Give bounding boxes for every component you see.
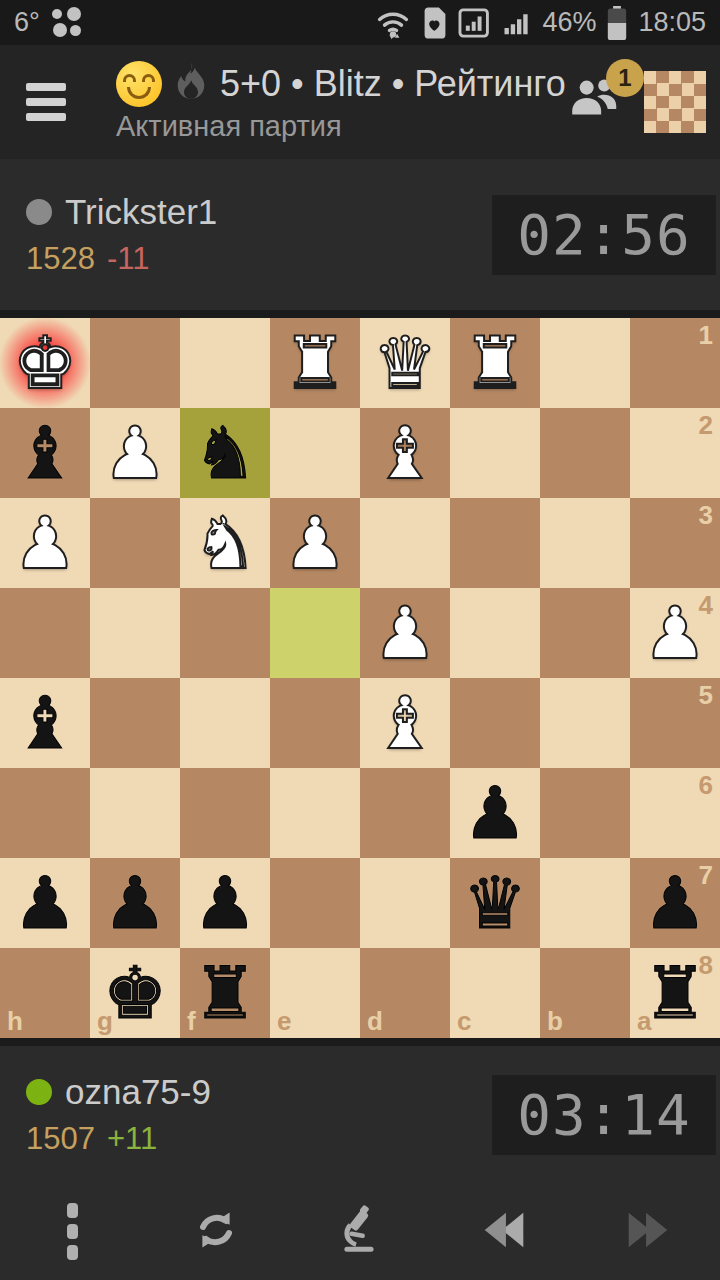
square-c4[interactable] (450, 588, 540, 678)
square-d2[interactable]: ♝ (360, 408, 450, 498)
participants-badge: 1 (606, 59, 644, 97)
menu-button[interactable] (0, 1183, 144, 1280)
mini-board-icon[interactable] (644, 71, 706, 133)
square-e5[interactable] (270, 678, 360, 768)
file-label-h: h (7, 1008, 23, 1034)
square-g7[interactable]: ♟ (90, 858, 180, 948)
square-d8[interactable]: d (360, 948, 450, 1038)
file-label-d: d (367, 1008, 383, 1034)
square-a8[interactable]: ♜8a (630, 948, 720, 1038)
square-d6[interactable] (360, 768, 450, 858)
player-bottom-clock: 03:14 (492, 1075, 716, 1155)
online-status-dot (26, 1079, 52, 1105)
fast-forward-button[interactable] (576, 1183, 720, 1280)
piece-black-pawn[interactable]: ♟ (90, 858, 180, 948)
square-h2[interactable]: ♝ (0, 408, 90, 498)
bottom-toolbar (0, 1183, 720, 1280)
square-a2[interactable]: 2 (630, 408, 720, 498)
square-b7[interactable] (540, 858, 630, 948)
game-status: Активная партия (116, 110, 566, 143)
piece-black-knight[interactable]: ♞ (180, 408, 270, 498)
square-h5[interactable]: ♝ (0, 678, 90, 768)
battery-icon (606, 6, 628, 40)
player-top-name[interactable]: Trickster1 (65, 192, 217, 232)
rank-label-5: 5 (699, 682, 713, 708)
temperature: 6° (14, 7, 40, 38)
app-header: 5+0 • Blitz • Рейтинго... Активная парти… (0, 45, 720, 159)
square-a7[interactable]: ♟7 (630, 858, 720, 948)
square-a1[interactable]: 1 (630, 318, 720, 408)
people-icon (566, 115, 628, 132)
fast-forward-icon (621, 1208, 675, 1256)
square-c1[interactable]: ♜ (450, 318, 540, 408)
square-f6[interactable] (180, 768, 270, 858)
square-a3[interactable]: 3 (630, 498, 720, 588)
piece-black-bishop[interactable]: ♝ (0, 678, 90, 768)
square-h4[interactable] (0, 588, 90, 678)
kebab-menu-icon (67, 1203, 78, 1260)
flip-board-icon (190, 1206, 242, 1258)
rank-label-6: 6 (699, 772, 713, 798)
game-title: 5+0 • Blitz • Рейтинго... (220, 63, 566, 105)
sim-heart-icon (422, 7, 448, 39)
microscope-icon (335, 1205, 385, 1259)
square-c6[interactable]: ♟ (450, 768, 540, 858)
square-g3[interactable] (90, 498, 180, 588)
rank-label-8: 8 (699, 952, 713, 978)
rank-label-3: 3 (699, 502, 713, 528)
square-f7[interactable]: ♟ (180, 858, 270, 948)
player-bottom-rating: 1507 (26, 1121, 95, 1157)
square-b3[interactable] (540, 498, 630, 588)
file-label-a: a (637, 1008, 651, 1034)
piece-black-pawn[interactable]: ♟ (180, 858, 270, 948)
square-e6[interactable] (270, 768, 360, 858)
square-b8[interactable]: b (540, 948, 630, 1038)
file-label-e: e (277, 1008, 291, 1034)
square-b4[interactable] (540, 588, 630, 678)
mobile-data-icon (458, 7, 492, 39)
file-label-b: b (547, 1008, 563, 1034)
square-g4[interactable] (90, 588, 180, 678)
square-h7[interactable]: ♟ (0, 858, 90, 948)
square-e4[interactable] (270, 588, 360, 678)
square-c8[interactable]: c (450, 948, 540, 1038)
clock-time: 18:05 (638, 7, 706, 38)
rewind-button[interactable] (432, 1183, 576, 1280)
square-f3[interactable]: ♞ (180, 498, 270, 588)
piece-black-pawn[interactable]: ♟ (0, 858, 90, 948)
flame-icon (174, 61, 208, 107)
square-b2[interactable] (540, 408, 630, 498)
piece-white-rook[interactable]: ♜ (450, 318, 540, 408)
player-bottom-name[interactable]: ozna75-9 (65, 1072, 211, 1112)
square-f2[interactable]: ♞ (180, 408, 270, 498)
board-bottom-divider (0, 1038, 720, 1046)
square-g2[interactable]: ♟ (90, 408, 180, 498)
player-bottom-row: ozna75-9 1507 +11 03:14 (0, 1046, 720, 1183)
square-b6[interactable] (540, 768, 630, 858)
square-f5[interactable] (180, 678, 270, 768)
piece-black-pawn[interactable]: ♟ (450, 768, 540, 858)
piece-white-pawn[interactable]: ♟ (0, 498, 90, 588)
status-bar: 6° 46% 18:05 (0, 0, 720, 45)
player-top-row: Trickster1 1528 -11 02:56 (0, 159, 720, 310)
rank-label-4: 4 (699, 592, 713, 618)
square-d4[interactable]: ♟ (360, 588, 450, 678)
square-g5[interactable] (90, 678, 180, 768)
signal-bars-icon (502, 7, 532, 39)
weather-app-dots-icon (50, 6, 86, 40)
square-d5[interactable]: ♝ (360, 678, 450, 768)
square-h3[interactable]: ♟ (0, 498, 90, 588)
square-f4[interactable] (180, 588, 270, 678)
online-status-dot (26, 199, 52, 225)
square-a4[interactable]: ♟4 (630, 588, 720, 678)
square-d7[interactable] (360, 858, 450, 948)
square-c2[interactable] (450, 408, 540, 498)
rank-label-7: 7 (699, 862, 713, 888)
flip-board-button[interactable] (144, 1183, 288, 1280)
file-label-c: c (457, 1008, 471, 1034)
chess-board: ♚♜♛♜1♝♟♞♝2♟♞♟3♟♟4♝♝5♟6♟♟♟♛♟7h♚g♜fedcb♜8a (0, 318, 720, 1038)
piece-black-bishop[interactable]: ♝ (0, 408, 90, 498)
square-e7[interactable] (270, 858, 360, 948)
player-bottom-rating-change: +11 (107, 1121, 157, 1157)
piece-white-bishop[interactable]: ♝ (360, 408, 450, 498)
square-a5[interactable]: 5 (630, 678, 720, 768)
file-label-g: g (97, 1008, 113, 1034)
square-c7[interactable]: ♛ (450, 858, 540, 948)
square-e1[interactable]: ♜ (270, 318, 360, 408)
square-h1[interactable]: ♚ (0, 318, 90, 408)
piece-white-king[interactable]: ♚ (0, 318, 90, 408)
piece-white-knight[interactable]: ♞ (180, 498, 270, 588)
wifi-icon (374, 6, 412, 40)
rewind-icon (477, 1208, 531, 1256)
hamburger-menu-icon[interactable] (0, 83, 102, 121)
player-top-clock: 02:56 (492, 195, 716, 275)
square-e8[interactable]: e (270, 948, 360, 1038)
square-g6[interactable] (90, 768, 180, 858)
square-d1[interactable]: ♛ (360, 318, 450, 408)
file-label-f: f (187, 1008, 196, 1034)
rank-label-2: 2 (699, 412, 713, 438)
board-top-divider (0, 310, 720, 318)
square-e2[interactable] (270, 408, 360, 498)
square-c5[interactable] (450, 678, 540, 768)
piece-black-queen[interactable]: ♛ (450, 858, 540, 948)
piece-white-queen[interactable]: ♛ (360, 318, 450, 408)
battery-percent: 46% (542, 7, 596, 38)
square-b5[interactable] (540, 678, 630, 768)
rank-label-1: 1 (699, 322, 713, 348)
participants-button[interactable]: 1 (566, 71, 628, 133)
square-g8[interactable]: ♚g (90, 948, 180, 1038)
piece-white-pawn[interactable]: ♟ (90, 408, 180, 498)
square-h8[interactable]: h (0, 948, 90, 1038)
square-b1[interactable] (540, 318, 630, 408)
piece-white-pawn[interactable]: ♟ (360, 588, 450, 678)
player-top-rating: 1528 (26, 241, 95, 277)
square-g1[interactable] (90, 318, 180, 408)
player-top-rating-change: -11 (107, 241, 150, 277)
square-f8[interactable]: ♜f (180, 948, 270, 1038)
square-e3[interactable]: ♟ (270, 498, 360, 588)
piece-white-bishop[interactable]: ♝ (360, 678, 450, 768)
smiley-emoji-icon (116, 61, 162, 107)
square-h6[interactable] (0, 768, 90, 858)
piece-white-pawn[interactable]: ♟ (270, 498, 360, 588)
analysis-button[interactable] (288, 1183, 432, 1280)
piece-white-rook[interactable]: ♜ (270, 318, 360, 408)
square-f1[interactable] (180, 318, 270, 408)
square-d3[interactable] (360, 498, 450, 588)
square-c3[interactable] (450, 498, 540, 588)
square-a6[interactable]: 6 (630, 768, 720, 858)
